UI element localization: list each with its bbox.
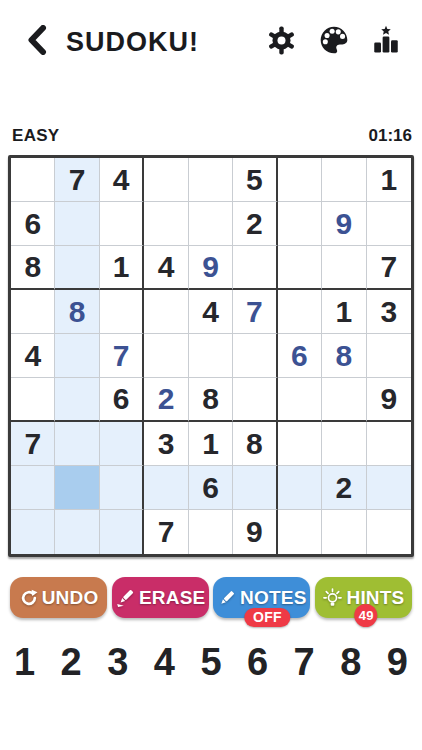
sudoku-cell-r6c2[interactable] (55, 378, 99, 422)
sudoku-cell-r8c7[interactable] (278, 466, 322, 510)
sudoku-cell-r5c4[interactable] (144, 334, 188, 378)
lightbulb-icon (322, 587, 343, 608)
sudoku-cell-r9c1[interactable] (11, 510, 55, 554)
sudoku-cell-r1c9[interactable]: 1 (367, 158, 411, 202)
sudoku-cell-r8c2[interactable] (55, 466, 99, 510)
numpad-key-1[interactable]: 1 (14, 638, 35, 686)
sudoku-cell-r3c6[interactable] (233, 246, 277, 290)
numpad-key-6[interactable]: 6 (247, 638, 268, 686)
settings-button[interactable] (265, 26, 298, 59)
chevron-left-icon (24, 25, 50, 59)
notes-label: NOTES (240, 587, 306, 609)
sudoku-cell-r5c2[interactable] (55, 334, 99, 378)
sudoku-cell-r3c9[interactable]: 7 (367, 246, 411, 290)
sudoku-cell-r8c1[interactable] (11, 466, 55, 510)
sudoku-cell-r6c4[interactable]: 2 (144, 378, 188, 422)
header: SUDOKU! (22, 20, 402, 64)
sudoku-cell-r7c3[interactable] (100, 422, 144, 466)
sudoku-cell-r2c4[interactable] (144, 202, 188, 246)
sudoku-cell-r4c6[interactable]: 7 (233, 290, 277, 334)
sudoku-cell-r6c7[interactable] (278, 378, 322, 422)
sudoku-cell-r3c3[interactable]: 1 (100, 246, 144, 290)
sudoku-board: 745162981497847134768628973186279 (8, 155, 414, 557)
page-title: SUDOKU! (66, 27, 199, 58)
sudoku-cell-r1c7[interactable] (278, 158, 322, 202)
sudoku-cell-r1c6[interactable]: 5 (233, 158, 277, 202)
sudoku-cell-r3c2[interactable] (55, 246, 99, 290)
sudoku-cell-r8c3[interactable] (100, 466, 144, 510)
sudoku-cell-r6c5[interactable]: 8 (189, 378, 233, 422)
sudoku-cell-r8c6[interactable] (233, 466, 277, 510)
sudoku-cell-r6c8[interactable] (322, 378, 366, 422)
sudoku-cell-r7c8[interactable] (322, 422, 366, 466)
sudoku-cell-r2c3[interactable] (100, 202, 144, 246)
hints-count-badge: 49 (355, 604, 378, 627)
sudoku-cell-r7c5[interactable]: 1 (189, 422, 233, 466)
sudoku-cell-r5c6[interactable] (233, 334, 277, 378)
sudoku-cell-r4c4[interactable] (144, 290, 188, 334)
hints-label: HINTS (346, 587, 404, 609)
sudoku-cell-r6c1[interactable] (11, 378, 55, 422)
sudoku-cell-r1c1[interactable] (11, 158, 55, 202)
sudoku-cell-r1c4[interactable] (144, 158, 188, 202)
sudoku-cell-r9c8[interactable] (322, 510, 366, 554)
sudoku-cell-r7c6[interactable]: 8 (233, 422, 277, 466)
sudoku-cell-r2c1[interactable]: 6 (11, 202, 55, 246)
sudoku-cell-r9c9[interactable] (367, 510, 411, 554)
stats-button[interactable] (369, 26, 402, 59)
sudoku-cell-r5c7[interactable]: 6 (278, 334, 322, 378)
difficulty-label: EASY (12, 126, 60, 146)
sudoku-cell-r2c7[interactable] (278, 202, 322, 246)
numpad-key-5[interactable]: 5 (200, 638, 221, 686)
sudoku-cell-r1c3[interactable]: 4 (100, 158, 144, 202)
sudoku-cell-r7c9[interactable] (367, 422, 411, 466)
erase-pencil-icon (115, 587, 136, 608)
sudoku-cell-r9c7[interactable] (278, 510, 322, 554)
numpad-key-7[interactable]: 7 (294, 638, 315, 686)
sudoku-cell-r1c5[interactable] (189, 158, 233, 202)
sudoku-cell-r5c8[interactable]: 8 (322, 334, 366, 378)
sudoku-cell-r6c3[interactable]: 6 (100, 378, 144, 422)
sudoku-cell-r6c6[interactable] (233, 378, 277, 422)
sudoku-cell-r5c5[interactable] (189, 334, 233, 378)
timer: 01:16 (369, 126, 412, 146)
sudoku-cell-r2c6[interactable]: 2 (233, 202, 277, 246)
sudoku-cell-r4c7[interactable] (278, 290, 322, 334)
sudoku-cell-r9c6[interactable]: 9 (233, 510, 277, 554)
undo-icon (19, 588, 39, 608)
sudoku-cell-r4c8[interactable]: 1 (322, 290, 366, 334)
sudoku-cell-r9c4[interactable]: 7 (144, 510, 188, 554)
back-button[interactable] (22, 26, 52, 58)
podium-star-icon (371, 25, 401, 59)
sudoku-cell-r9c5[interactable] (189, 510, 233, 554)
pencil-icon (217, 588, 237, 608)
number-pad: 123456789 (0, 638, 422, 686)
sudoku-cell-r9c3[interactable] (100, 510, 144, 554)
sudoku-cell-r9c2[interactable] (55, 510, 99, 554)
undo-button[interactable]: UNDO (10, 577, 107, 618)
numpad-key-3[interactable]: 3 (107, 638, 128, 686)
sudoku-cell-r8c9[interactable] (367, 466, 411, 510)
sudoku-cell-r4c1[interactable] (11, 290, 55, 334)
sudoku-cell-r6c9[interactable]: 9 (367, 378, 411, 422)
hints-button[interactable]: HINTS 49 (315, 577, 412, 618)
sudoku-cell-r4c2[interactable]: 8 (55, 290, 99, 334)
sudoku-cell-r2c2[interactable] (55, 202, 99, 246)
sudoku-cell-r1c2[interactable]: 7 (55, 158, 99, 202)
numpad-key-4[interactable]: 4 (154, 638, 175, 686)
sudoku-cell-r8c8[interactable]: 2 (322, 466, 366, 510)
sudoku-cell-r4c9[interactable]: 3 (367, 290, 411, 334)
sudoku-cell-r3c8[interactable] (322, 246, 366, 290)
numpad-key-8[interactable]: 8 (340, 638, 361, 686)
sudoku-cell-r4c3[interactable] (100, 290, 144, 334)
status-row: EASY 01:16 (12, 126, 412, 146)
erase-button[interactable]: ERASE (112, 577, 209, 618)
sudoku-cell-r4c5[interactable]: 4 (189, 290, 233, 334)
sudoku-cell-r2c8[interactable]: 9 (322, 202, 366, 246)
sudoku-cell-r3c7[interactable] (278, 246, 322, 290)
sudoku-cell-r2c5[interactable] (189, 202, 233, 246)
sudoku-cell-r2c9[interactable] (367, 202, 411, 246)
gear-icon (266, 25, 297, 60)
sudoku-cell-r7c7[interactable] (278, 422, 322, 466)
sudoku-cell-r3c4[interactable]: 4 (144, 246, 188, 290)
theme-button[interactable] (317, 26, 350, 59)
sudoku-cell-r1c8[interactable] (322, 158, 366, 202)
notes-button[interactable]: NOTES OFF (213, 577, 310, 618)
notes-off-badge: OFF (244, 608, 291, 627)
sudoku-cell-r5c9[interactable] (367, 334, 411, 378)
sudoku-app: SUDOKU! (0, 0, 422, 750)
numpad-key-2[interactable]: 2 (61, 638, 82, 686)
sudoku-cell-r3c5[interactable]: 9 (189, 246, 233, 290)
sudoku-cell-r7c4[interactable]: 3 (144, 422, 188, 466)
sudoku-cell-r7c1[interactable]: 7 (11, 422, 55, 466)
sudoku-cell-r5c1[interactable]: 4 (11, 334, 55, 378)
numpad-key-9[interactable]: 9 (387, 638, 408, 686)
sudoku-cell-r8c4[interactable] (144, 466, 188, 510)
sudoku-cell-r5c3[interactable]: 7 (100, 334, 144, 378)
sudoku-cell-r7c2[interactable] (55, 422, 99, 466)
sudoku-cell-r8c5[interactable]: 6 (189, 466, 233, 510)
header-icons (265, 26, 402, 59)
palette-icon (318, 24, 350, 60)
toolbar: UNDO ERASE (10, 577, 412, 618)
sudoku-cell-r3c1[interactable]: 8 (11, 246, 55, 290)
undo-label: UNDO (42, 587, 99, 609)
erase-label: ERASE (139, 587, 205, 609)
